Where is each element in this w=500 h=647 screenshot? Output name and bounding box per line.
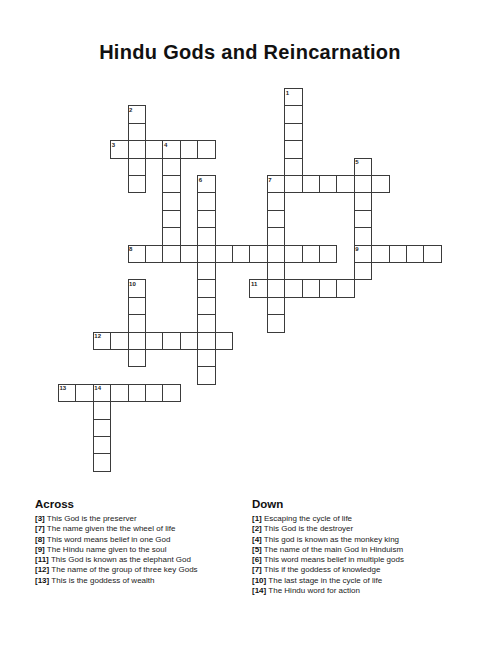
grid-cell[interactable] [93, 453, 111, 471]
grid-cell[interactable] [162, 192, 180, 210]
grid-cell[interactable] [93, 436, 111, 454]
clue-item: [9] The Hindu name given to the soul [35, 545, 247, 555]
grid-cell[interactable] [197, 297, 215, 315]
grid-cell[interactable] [128, 314, 146, 332]
grid-cell[interactable] [197, 349, 215, 367]
grid-cell[interactable] [75, 384, 93, 402]
grid-cell[interactable] [197, 279, 215, 297]
clue-item: [8] This word means belief in one God [35, 535, 247, 545]
grid-cell[interactable] [145, 332, 163, 350]
grid-cell[interactable] [267, 297, 285, 315]
grid-cell[interactable] [284, 279, 302, 297]
grid-cell[interactable] [128, 105, 146, 123]
down-header: Down [252, 498, 492, 510]
grid-cell[interactable] [267, 314, 285, 332]
grid-cell[interactable] [93, 384, 111, 402]
grid-cell[interactable] [197, 192, 215, 210]
grid-cell[interactable] [197, 262, 215, 280]
grid-cell[interactable] [110, 384, 128, 402]
grid-cell[interactable] [215, 332, 233, 350]
grid-cell[interactable] [232, 245, 250, 263]
grid-cell[interactable] [128, 332, 146, 350]
grid-cell[interactable] [197, 140, 215, 158]
grid-cell[interactable] [354, 210, 372, 228]
grid-cell[interactable] [371, 175, 389, 193]
grid-cell[interactable] [319, 279, 337, 297]
grid-cell[interactable] [267, 279, 285, 297]
grid-cell[interactable] [389, 245, 407, 263]
grid-cell[interactable] [197, 366, 215, 384]
grid-cell[interactable] [197, 332, 215, 350]
clue-item: [13] This is the goddess of wealth [35, 576, 247, 586]
grid-cell[interactable] [284, 175, 302, 193]
grid-cell[interactable] [145, 384, 163, 402]
grid-cell[interactable] [128, 349, 146, 367]
grid-cell[interactable] [267, 245, 285, 263]
grid-cell[interactable] [162, 332, 180, 350]
grid-cell[interactable] [336, 279, 354, 297]
grid-cell[interactable] [128, 140, 146, 158]
clue-item: [1] Escaping the cycle of life [252, 514, 492, 524]
grid-cell[interactable] [354, 245, 372, 263]
grid-cell[interactable] [128, 175, 146, 193]
grid-cell[interactable] [267, 192, 285, 210]
clue-item: [7] This if the goddess of knowledge [252, 565, 492, 575]
grid-cell[interactable] [162, 227, 180, 245]
grid-cell[interactable] [354, 227, 372, 245]
page-title: Hindu Gods and Reincarnation [0, 41, 500, 64]
grid-cell[interactable] [197, 175, 215, 193]
grid-cell[interactable] [354, 175, 372, 193]
clue-item: [12] The name of the group of three key … [35, 565, 247, 575]
crossword-grid: 1234567891011121314 [58, 88, 442, 472]
grid-cell[interactable] [267, 175, 285, 193]
grid-cell[interactable] [128, 123, 146, 141]
clue-item: [14] The Hindu word for action [252, 586, 492, 596]
down-section: Down [1] Escaping the cycle of life[2] T… [252, 498, 492, 596]
grid-cell[interactable] [284, 88, 302, 106]
grid-cell[interactable] [162, 245, 180, 263]
grid-cell[interactable] [354, 158, 372, 176]
grid-cell[interactable] [180, 332, 198, 350]
grid-cell[interactable] [215, 245, 233, 263]
grid-cell[interactable] [284, 140, 302, 158]
grid-cell[interactable] [180, 140, 198, 158]
grid-cell[interactable] [180, 245, 198, 263]
grid-cell[interactable] [162, 140, 180, 158]
grid-cell[interactable] [93, 401, 111, 419]
grid-cell[interactable] [58, 384, 76, 402]
grid-cell[interactable] [354, 262, 372, 280]
grid-cell[interactable] [145, 245, 163, 263]
grid-cell[interactable] [162, 175, 180, 193]
grid-cell[interactable] [110, 140, 128, 158]
grid-cell[interactable] [162, 384, 180, 402]
grid-cell[interactable] [197, 314, 215, 332]
clue-item: [11] This God is known as the elephant G… [35, 555, 247, 565]
grid-cell[interactable] [128, 279, 146, 297]
grid-cell[interactable] [423, 245, 441, 263]
grid-cell[interactable] [284, 158, 302, 176]
grid-cell[interactable] [371, 245, 389, 263]
grid-cell[interactable] [302, 279, 320, 297]
grid-cell[interactable] [267, 262, 285, 280]
grid-cell[interactable] [93, 332, 111, 350]
grid-cell[interactable] [145, 140, 163, 158]
grid-cell[interactable] [110, 332, 128, 350]
grid-cell[interactable] [162, 210, 180, 228]
grid-cell[interactable] [319, 175, 337, 193]
grid-cell[interactable] [302, 245, 320, 263]
grid-cell[interactable] [197, 245, 215, 263]
grid-cell[interactable] [319, 245, 337, 263]
grid-cell[interactable] [128, 158, 146, 176]
clue-item: [7] The name given the the wheel of life [35, 524, 247, 534]
grid-cell[interactable] [267, 227, 285, 245]
grid-cell[interactable] [267, 210, 285, 228]
across-list: [3] This God is the preserver[7] The nam… [35, 514, 247, 586]
down-list: [1] Escaping the cycle of life[2] This G… [252, 514, 492, 596]
grid-cell[interactable] [284, 123, 302, 141]
grid-cell[interactable] [197, 210, 215, 228]
across-section: Across [3] This God is the preserver[7] … [35, 498, 247, 586]
grid-cell[interactable] [284, 245, 302, 263]
clue-item: [5] The name of the main God in Hinduism [252, 545, 492, 555]
grid-cell[interactable] [354, 192, 372, 210]
grid-cell[interactable] [284, 105, 302, 123]
clue-item: [2] This God is the destroyer [252, 524, 492, 534]
grid-cell[interactable] [93, 419, 111, 437]
grid-cell[interactable] [197, 227, 215, 245]
grid-cell[interactable] [336, 175, 354, 193]
grid-cell[interactable] [128, 245, 146, 263]
grid-cell[interactable] [249, 279, 267, 297]
clue-item: [10] The last stage in the cycle of life [252, 576, 492, 586]
grid-cell[interactable] [406, 245, 424, 263]
grid-cell[interactable] [302, 175, 320, 193]
clue-item: [3] This God is the preserver [35, 514, 247, 524]
grid-cell[interactable] [128, 384, 146, 402]
clue-item: [4] This god is known as the monkey king [252, 535, 492, 545]
across-header: Across [35, 498, 247, 510]
grid-cell[interactable] [249, 245, 267, 263]
grid-cell[interactable] [162, 158, 180, 176]
grid-cell[interactable] [128, 297, 146, 315]
clue-item: [6] This word means belief in multiple g… [252, 555, 492, 565]
